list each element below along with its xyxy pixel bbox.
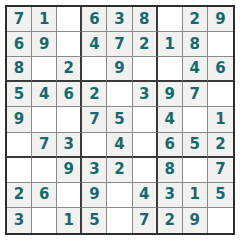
sudoku-board: 7163829694721882946546239797541734652932… bbox=[5, 5, 235, 235]
cell-r1c1[interactable]: 7 bbox=[7, 7, 32, 32]
cell-r8c5[interactable] bbox=[107, 183, 132, 208]
cell-r2c6[interactable]: 2 bbox=[133, 32, 158, 57]
cell-r1c7[interactable] bbox=[158, 7, 183, 32]
sudoku-page: 7163829694721882946546239797541734652932… bbox=[0, 0, 240, 240]
cell-r4c5[interactable] bbox=[107, 82, 132, 107]
cell-r5c1[interactable]: 9 bbox=[7, 107, 32, 132]
cell-r4c6[interactable]: 3 bbox=[133, 82, 158, 107]
cell-r7c6[interactable] bbox=[133, 158, 158, 183]
cell-r3c5[interactable]: 9 bbox=[107, 57, 132, 82]
cell-r4c1[interactable]: 5 bbox=[7, 82, 32, 107]
cell-r4c9[interactable] bbox=[208, 82, 233, 107]
cell-r5c8[interactable] bbox=[183, 107, 208, 132]
cell-r8c7[interactable]: 3 bbox=[158, 183, 183, 208]
cell-r1c2[interactable]: 1 bbox=[32, 7, 57, 32]
cell-r7c1[interactable] bbox=[7, 158, 32, 183]
cell-r4c7[interactable]: 9 bbox=[158, 82, 183, 107]
cell-r9c5[interactable] bbox=[107, 208, 132, 233]
cell-r6c1[interactable] bbox=[7, 133, 32, 158]
cell-r8c6[interactable]: 4 bbox=[133, 183, 158, 208]
cell-r8c1[interactable]: 2 bbox=[7, 183, 32, 208]
cell-r8c9[interactable]: 5 bbox=[208, 183, 233, 208]
cell-r7c9[interactable]: 7 bbox=[208, 158, 233, 183]
cell-r3c8[interactable]: 4 bbox=[183, 57, 208, 82]
cell-r3c9[interactable]: 6 bbox=[208, 57, 233, 82]
cell-r2c3[interactable] bbox=[57, 32, 82, 57]
cell-r7c4[interactable]: 3 bbox=[82, 158, 107, 183]
cell-r6c7[interactable]: 6 bbox=[158, 133, 183, 158]
cell-r7c8[interactable] bbox=[183, 158, 208, 183]
cell-r3c2[interactable] bbox=[32, 57, 57, 82]
cell-r1c6[interactable]: 8 bbox=[133, 7, 158, 32]
cell-r5c6[interactable] bbox=[133, 107, 158, 132]
cell-r8c3[interactable] bbox=[57, 183, 82, 208]
cell-r3c1[interactable]: 8 bbox=[7, 57, 32, 82]
cell-r3c7[interactable] bbox=[158, 57, 183, 82]
cell-r2c7[interactable]: 1 bbox=[158, 32, 183, 57]
cell-r9c1[interactable]: 3 bbox=[7, 208, 32, 233]
cell-r1c5[interactable]: 3 bbox=[107, 7, 132, 32]
cell-r1c4[interactable]: 6 bbox=[82, 7, 107, 32]
cell-r6c5[interactable]: 4 bbox=[107, 133, 132, 158]
cell-r6c8[interactable]: 5 bbox=[183, 133, 208, 158]
cell-r5c9[interactable]: 1 bbox=[208, 107, 233, 132]
cell-r1c9[interactable]: 9 bbox=[208, 7, 233, 32]
cell-r8c8[interactable]: 1 bbox=[183, 183, 208, 208]
cell-r6c6[interactable] bbox=[133, 133, 158, 158]
cell-r6c9[interactable]: 2 bbox=[208, 133, 233, 158]
cell-r6c2[interactable]: 7 bbox=[32, 133, 57, 158]
cell-r4c8[interactable]: 7 bbox=[183, 82, 208, 107]
cell-r9c7[interactable]: 2 bbox=[158, 208, 183, 233]
cell-r5c4[interactable]: 7 bbox=[82, 107, 107, 132]
cell-r5c5[interactable]: 5 bbox=[107, 107, 132, 132]
cell-r1c8[interactable]: 2 bbox=[183, 7, 208, 32]
cell-r3c3[interactable]: 2 bbox=[57, 57, 82, 82]
cell-r7c2[interactable] bbox=[32, 158, 57, 183]
cell-r2c5[interactable]: 7 bbox=[107, 32, 132, 57]
cell-r7c3[interactable]: 9 bbox=[57, 158, 82, 183]
cell-r4c3[interactable]: 6 bbox=[57, 82, 82, 107]
cell-r5c7[interactable]: 4 bbox=[158, 107, 183, 132]
cell-r1c3[interactable] bbox=[57, 7, 82, 32]
cell-r5c3[interactable] bbox=[57, 107, 82, 132]
cell-r7c7[interactable]: 8 bbox=[158, 158, 183, 183]
cell-r3c6[interactable] bbox=[133, 57, 158, 82]
cell-r2c9[interactable] bbox=[208, 32, 233, 57]
cell-r6c4[interactable] bbox=[82, 133, 107, 158]
cell-r5c2[interactable] bbox=[32, 107, 57, 132]
cell-r9c2[interactable] bbox=[32, 208, 57, 233]
cell-r2c8[interactable]: 8 bbox=[183, 32, 208, 57]
cell-r6c3[interactable]: 3 bbox=[57, 133, 82, 158]
cell-r4c4[interactable]: 2 bbox=[82, 82, 107, 107]
cell-r9c8[interactable]: 9 bbox=[183, 208, 208, 233]
cell-r8c2[interactable]: 6 bbox=[32, 183, 57, 208]
cell-r9c4[interactable]: 5 bbox=[82, 208, 107, 233]
cell-r9c6[interactable]: 7 bbox=[133, 208, 158, 233]
cell-r2c1[interactable]: 6 bbox=[7, 32, 32, 57]
cell-r3c4[interactable] bbox=[82, 57, 107, 82]
cell-r9c3[interactable]: 1 bbox=[57, 208, 82, 233]
cell-r9c9[interactable] bbox=[208, 208, 233, 233]
cell-r7c5[interactable]: 2 bbox=[107, 158, 132, 183]
cell-r4c2[interactable]: 4 bbox=[32, 82, 57, 107]
cell-r2c2[interactable]: 9 bbox=[32, 32, 57, 57]
cell-r8c4[interactable]: 9 bbox=[82, 183, 107, 208]
cell-r2c4[interactable]: 4 bbox=[82, 32, 107, 57]
